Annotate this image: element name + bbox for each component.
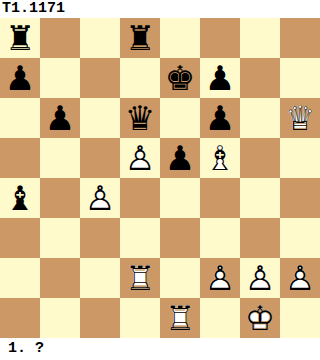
white-pawn: ♟ [200,258,240,298]
square-f6[interactable]: ♟ [200,98,240,138]
move-prompt: 1. ? [0,338,320,360]
square-a3[interactable] [0,218,40,258]
square-b2[interactable] [40,258,80,298]
black-king: ♚ [160,58,200,98]
square-g7[interactable] [240,58,280,98]
black-pawn: ♟ [40,98,80,138]
white-king-outline: ♔ [240,298,280,338]
square-h8[interactable] [280,18,320,58]
black-pawn: ♟ [200,58,240,98]
black-rook: ♜ [0,18,40,58]
black-pawn: ♟ [200,98,240,138]
square-g4[interactable] [240,178,280,218]
square-a2[interactable] [0,258,40,298]
square-h6[interactable]: ♛♕ [280,98,320,138]
black-queen: ♛ [120,98,160,138]
square-e3[interactable] [160,218,200,258]
chess-board: ♜♜♟♚♟♟♛♟♛♕♟♙♟♝♗♝♟♙♜♖♟♙♟♙♟♙♜♖♚♔ [0,18,320,338]
square-d4[interactable] [120,178,160,218]
white-rook: ♜ [120,258,160,298]
square-d7[interactable] [120,58,160,98]
square-e5[interactable]: ♟ [160,138,200,178]
puzzle-id: T1.1171 [0,0,320,18]
square-c7[interactable] [80,58,120,98]
square-a4[interactable]: ♝ [0,178,40,218]
square-h5[interactable] [280,138,320,178]
square-b5[interactable] [40,138,80,178]
square-h4[interactable] [280,178,320,218]
square-e1[interactable]: ♜♖ [160,298,200,338]
square-e6[interactable] [160,98,200,138]
square-b8[interactable] [40,18,80,58]
square-d3[interactable] [120,218,160,258]
square-c5[interactable] [80,138,120,178]
square-c6[interactable] [80,98,120,138]
square-e2[interactable] [160,258,200,298]
square-b6[interactable]: ♟ [40,98,80,138]
square-c4[interactable]: ♟♙ [80,178,120,218]
square-c1[interactable] [80,298,120,338]
square-d6[interactable]: ♛ [120,98,160,138]
square-c8[interactable] [80,18,120,58]
white-pawn: ♟ [120,138,160,178]
white-bishop-outline: ♗ [200,138,240,178]
white-pawn-outline: ♙ [200,258,240,298]
black-pawn: ♟ [0,58,40,98]
white-queen-outline: ♕ [280,98,320,138]
white-pawn-outline: ♙ [280,258,320,298]
square-f2[interactable]: ♟♙ [200,258,240,298]
square-f7[interactable]: ♟ [200,58,240,98]
square-g1[interactable]: ♚♔ [240,298,280,338]
square-a5[interactable] [0,138,40,178]
square-f5[interactable]: ♝♗ [200,138,240,178]
white-queen: ♛ [280,98,320,138]
square-h7[interactable] [280,58,320,98]
square-h1[interactable] [280,298,320,338]
square-e8[interactable] [160,18,200,58]
square-g6[interactable] [240,98,280,138]
square-c2[interactable] [80,258,120,298]
square-g8[interactable] [240,18,280,58]
square-f1[interactable] [200,298,240,338]
square-d1[interactable] [120,298,160,338]
square-b7[interactable] [40,58,80,98]
square-f8[interactable] [200,18,240,58]
square-h3[interactable] [280,218,320,258]
white-pawn: ♟ [280,258,320,298]
white-pawn-outline: ♙ [80,178,120,218]
black-bishop: ♝ [0,178,40,218]
square-e7[interactable]: ♚ [160,58,200,98]
square-d2[interactable]: ♜♖ [120,258,160,298]
square-g2[interactable]: ♟♙ [240,258,280,298]
black-pawn: ♟ [160,138,200,178]
white-pawn: ♟ [80,178,120,218]
white-rook-outline: ♖ [120,258,160,298]
square-a7[interactable]: ♟ [0,58,40,98]
white-king: ♚ [240,298,280,338]
square-g3[interactable] [240,218,280,258]
black-rook: ♜ [120,18,160,58]
white-pawn-outline: ♙ [240,258,280,298]
square-b4[interactable] [40,178,80,218]
white-rook-outline: ♖ [160,298,200,338]
square-b1[interactable] [40,298,80,338]
square-a1[interactable] [0,298,40,338]
square-g5[interactable] [240,138,280,178]
square-f3[interactable] [200,218,240,258]
square-a6[interactable] [0,98,40,138]
white-pawn: ♟ [240,258,280,298]
square-f4[interactable] [200,178,240,218]
white-rook: ♜ [160,298,200,338]
square-c3[interactable] [80,218,120,258]
white-pawn-outline: ♙ [120,138,160,178]
square-d8[interactable]: ♜ [120,18,160,58]
square-d5[interactable]: ♟♙ [120,138,160,178]
square-a8[interactable]: ♜ [0,18,40,58]
square-h2[interactable]: ♟♙ [280,258,320,298]
white-bishop: ♝ [200,138,240,178]
square-e4[interactable] [160,178,200,218]
square-b3[interactable] [40,218,80,258]
